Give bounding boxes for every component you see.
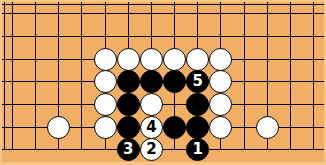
black-stone xyxy=(186,93,209,116)
white-stone xyxy=(163,48,186,71)
grid-line-horizontal xyxy=(2,36,324,37)
cut-frame-line-left xyxy=(4,2,5,150)
white-stone xyxy=(140,93,163,116)
black-stone xyxy=(117,116,140,139)
black-stone xyxy=(117,93,140,116)
white-stone xyxy=(209,48,232,71)
grid-line-vertical xyxy=(35,2,36,150)
black-stone-move-1: 1 xyxy=(186,138,209,161)
white-stone-move-2: 2 xyxy=(140,138,163,161)
black-stone xyxy=(163,116,186,139)
black-stone xyxy=(140,70,163,93)
white-stone xyxy=(94,116,117,139)
white-stone xyxy=(209,70,232,93)
black-stone xyxy=(117,70,140,93)
white-stone xyxy=(117,48,140,71)
grid-line-vertical xyxy=(290,2,291,150)
black-stone xyxy=(163,70,186,93)
grid-line-horizontal xyxy=(2,13,324,14)
white-stone xyxy=(186,48,209,71)
black-stone-move-5: 5 xyxy=(186,70,209,93)
white-stone xyxy=(47,116,70,139)
white-stone xyxy=(256,116,279,139)
white-stone xyxy=(140,48,163,71)
board-edge-line-bottom xyxy=(2,149,324,150)
white-stone-move-4: 4 xyxy=(140,116,163,139)
black-stone xyxy=(186,116,209,139)
black-stone-move-3: 3 xyxy=(117,138,140,161)
grid-line-horizontal xyxy=(2,104,324,105)
white-stone xyxy=(94,70,117,93)
cut-frame-line-top xyxy=(2,4,324,5)
grid-line-vertical xyxy=(81,2,82,150)
grid-line-vertical xyxy=(313,2,314,150)
white-stone xyxy=(209,116,232,139)
go-diagram: 54321 xyxy=(0,0,326,165)
go-board-layer: 54321 xyxy=(0,0,326,165)
grid-line-vertical xyxy=(12,2,13,150)
grid-line-vertical xyxy=(244,2,245,150)
white-stone xyxy=(94,93,117,116)
white-stone xyxy=(94,48,117,71)
white-stone xyxy=(209,93,232,116)
